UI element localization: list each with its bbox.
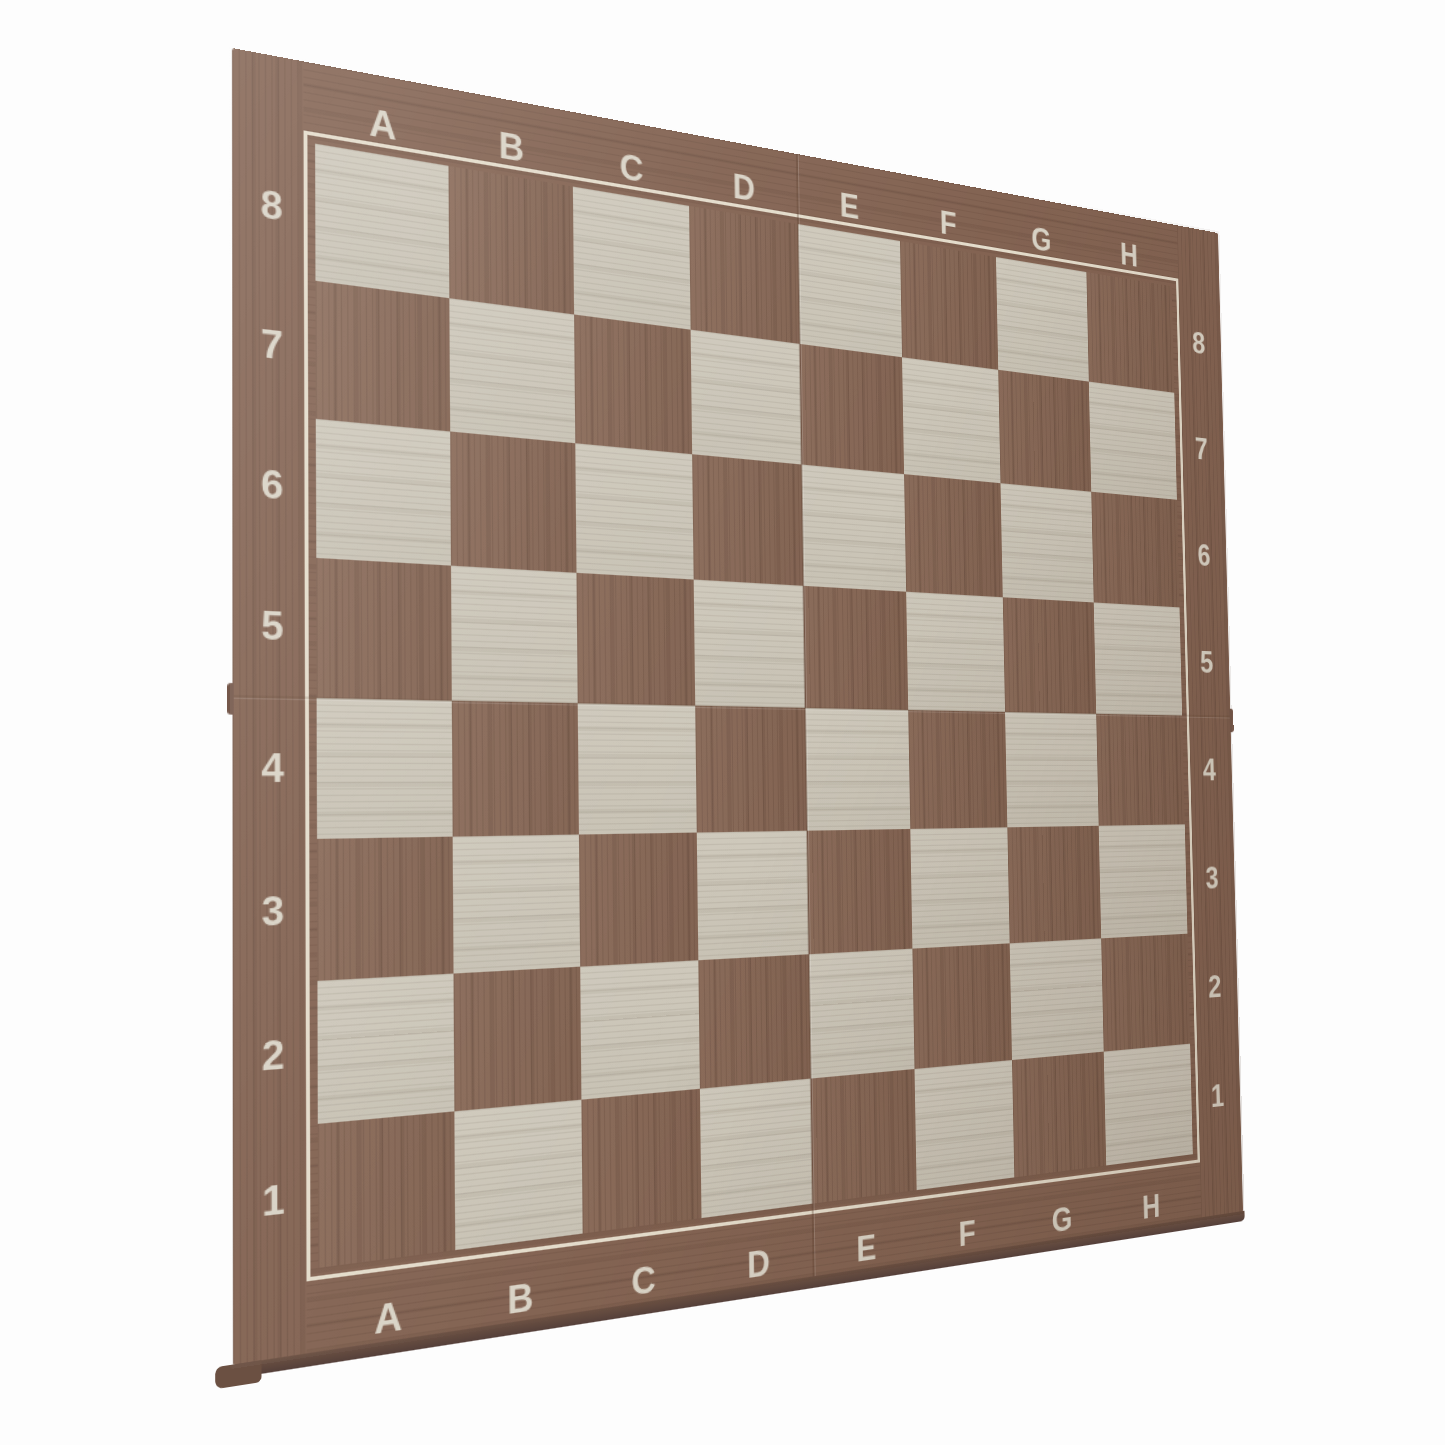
square-c2[interactable] <box>580 960 700 1099</box>
square-b3[interactable] <box>453 835 580 974</box>
square-d6[interactable] <box>692 454 803 586</box>
square-e8[interactable] <box>798 224 902 357</box>
square-d1[interactable] <box>700 1079 813 1219</box>
square-a2[interactable] <box>317 974 454 1124</box>
square-g8[interactable] <box>996 257 1089 382</box>
fold-tab-right <box>1229 709 1233 733</box>
fold-tab-left <box>227 683 234 715</box>
square-c5[interactable] <box>576 573 695 706</box>
square-d7[interactable] <box>691 330 802 465</box>
square-d3[interactable] <box>697 831 809 961</box>
square-h1[interactable] <box>1104 1044 1193 1166</box>
square-e3[interactable] <box>807 829 912 954</box>
square-b6[interactable] <box>450 431 576 572</box>
square-c6[interactable] <box>575 443 693 579</box>
square-b8[interactable] <box>449 166 575 315</box>
square-d8[interactable] <box>689 206 800 344</box>
square-g4[interactable] <box>1005 712 1099 827</box>
square-d2[interactable] <box>698 954 810 1089</box>
square-g5[interactable] <box>1003 597 1096 714</box>
square-d5[interactable] <box>694 580 805 708</box>
board-grid <box>315 144 1193 1268</box>
square-a5[interactable] <box>316 558 452 701</box>
square-e2[interactable] <box>809 949 915 1079</box>
chess-board: ABCDEFGH ABCDEFGH 87654321 87654321 <box>232 48 1243 1366</box>
square-b4[interactable] <box>452 701 579 837</box>
square-e5[interactable] <box>803 586 908 710</box>
square-b5[interactable] <box>451 566 578 704</box>
square-e4[interactable] <box>805 708 910 831</box>
square-f4[interactable] <box>908 710 1007 829</box>
square-h2[interactable] <box>1101 934 1190 1052</box>
square-g2[interactable] <box>1010 938 1104 1060</box>
square-g6[interactable] <box>1000 483 1093 602</box>
square-f8[interactable] <box>900 241 998 370</box>
square-e1[interactable] <box>811 1069 917 1204</box>
square-a8[interactable] <box>315 144 449 299</box>
square-f2[interactable] <box>912 943 1012 1069</box>
square-h4[interactable] <box>1096 714 1185 826</box>
square-f5[interactable] <box>906 592 1005 712</box>
chessboard-photo: ABCDEFGH ABCDEFGH 87654321 87654321 <box>0 0 1445 1445</box>
square-a1[interactable] <box>318 1111 455 1268</box>
square-f7[interactable] <box>902 357 1000 483</box>
square-b7[interactable] <box>449 298 575 443</box>
square-a6[interactable] <box>316 419 451 566</box>
square-h5[interactable] <box>1094 602 1182 715</box>
square-e7[interactable] <box>800 344 904 474</box>
square-e6[interactable] <box>802 464 907 591</box>
square-c4[interactable] <box>578 703 697 834</box>
square-b1[interactable] <box>454 1100 582 1250</box>
frame-left-band <box>232 48 307 1366</box>
square-g7[interactable] <box>998 370 1091 492</box>
square-h7[interactable] <box>1089 382 1177 500</box>
square-c3[interactable] <box>579 833 698 967</box>
square-h3[interactable] <box>1099 824 1188 938</box>
square-d4[interactable] <box>695 706 807 833</box>
square-g3[interactable] <box>1007 826 1101 944</box>
square-g1[interactable] <box>1012 1052 1106 1178</box>
corner-fold-lip <box>215 1360 261 1389</box>
square-a7[interactable] <box>315 281 450 432</box>
square-b2[interactable] <box>454 967 582 1112</box>
square-c8[interactable] <box>573 187 691 330</box>
square-c7[interactable] <box>574 314 692 454</box>
square-f6[interactable] <box>904 474 1003 597</box>
square-a3[interactable] <box>317 837 453 981</box>
square-h8[interactable] <box>1086 272 1174 393</box>
square-h6[interactable] <box>1091 492 1179 608</box>
square-f3[interactable] <box>910 827 1009 948</box>
square-f1[interactable] <box>915 1060 1015 1190</box>
square-c1[interactable] <box>581 1089 701 1234</box>
square-a4[interactable] <box>317 698 453 839</box>
